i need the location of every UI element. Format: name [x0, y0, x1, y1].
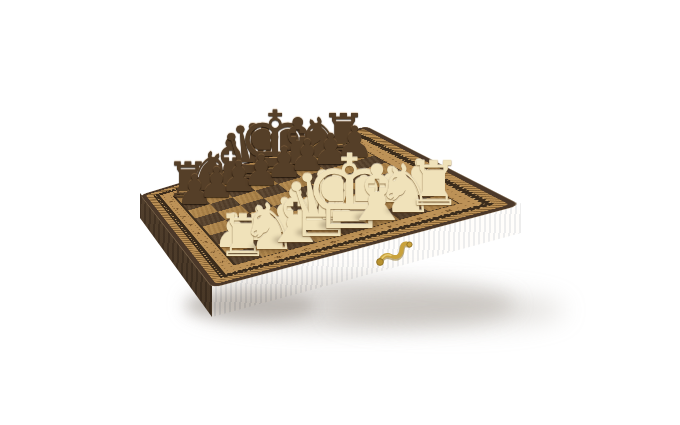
file-label-e: e	[358, 233, 366, 237]
file-label-c: c	[302, 248, 310, 252]
border-ring-zigzag: abcdefgh87654321	[146, 129, 510, 284]
border-ring-coordinates: abcdefgh87654321	[160, 136, 483, 274]
file-label-h: h	[444, 209, 454, 213]
product-photo-chess-set: abcdefgh87654321 ♜♞♝♛♚♝♞♜♟♟♟♟♟♟♟♟♟♟♟♟♟♟♟…	[0, 0, 680, 425]
file-label-b: b	[275, 255, 282, 259]
file-label-f: f	[386, 225, 394, 229]
rank-label-1: 1	[219, 260, 225, 264]
rank-label-8: 8	[169, 200, 174, 203]
rank-label-2: 2	[211, 250, 217, 254]
rank-label-5: 5	[188, 223, 193, 226]
board-shadow	[330, 292, 565, 328]
file-label-d: d	[329, 240, 337, 244]
rank-label-4: 4	[196, 232, 202, 235]
board-shadow	[185, 278, 515, 330]
board-shadow	[185, 292, 315, 320]
file-label-g: g	[415, 217, 424, 221]
border-ring-chain: abcdefgh87654321	[153, 133, 495, 279]
brass-clasp	[374, 234, 420, 272]
board-surface: abcdefgh87654321	[140, 126, 521, 288]
file-label-a: a	[249, 262, 256, 266]
rank-label-7: 7	[175, 207, 180, 210]
border-ring-outer: abcdefgh87654321	[140, 126, 521, 288]
rank-label-3: 3	[203, 240, 209, 243]
rank-label-6: 6	[181, 215, 186, 218]
